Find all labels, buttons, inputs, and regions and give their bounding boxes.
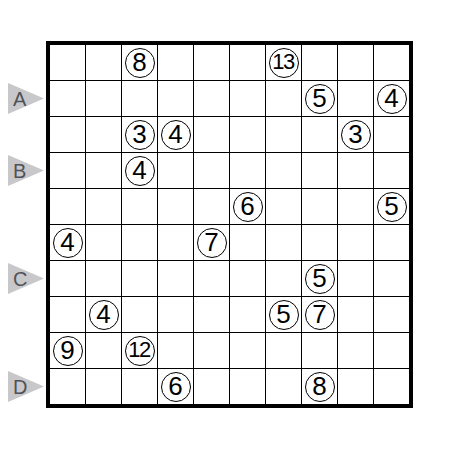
cell-r2c7[interactable] — [266, 81, 301, 116]
clue-circle: 8 — [305, 372, 335, 402]
cell-r4c5[interactable] — [194, 153, 229, 188]
clue-circle: 8 — [125, 48, 155, 78]
cell-r10c9[interactable] — [338, 369, 373, 404]
cell-r2c8[interactable]: 5 — [302, 81, 337, 116]
cell-r7c7[interactable] — [266, 261, 301, 296]
cell-r7c1[interactable] — [50, 261, 85, 296]
cell-r2c2[interactable] — [86, 81, 121, 116]
cell-r5c1[interactable] — [50, 189, 85, 224]
cell-r5c10[interactable]: 5 — [374, 189, 409, 224]
cell-r1c9[interactable] — [338, 45, 373, 80]
cell-r1c1[interactable] — [50, 45, 85, 80]
cell-r3c3[interactable]: 3 — [122, 117, 157, 152]
cell-r4c2[interactable] — [86, 153, 121, 188]
cell-r1c3[interactable]: 8 — [122, 45, 157, 80]
cell-r10c10[interactable] — [374, 369, 409, 404]
cell-r5c7[interactable] — [266, 189, 301, 224]
cell-r6c2[interactable] — [86, 225, 121, 260]
cell-r8c4[interactable] — [158, 297, 193, 332]
cell-r6c1[interactable]: 4 — [50, 225, 85, 260]
cell-r7c5[interactable] — [194, 261, 229, 296]
cell-r3c5[interactable] — [194, 117, 229, 152]
cell-r4c10[interactable] — [374, 153, 409, 188]
clue-circle: 7 — [197, 228, 227, 258]
clue-circle: 3 — [341, 120, 371, 150]
cell-r9c8[interactable] — [302, 333, 337, 368]
clue-circle: 5 — [305, 84, 335, 114]
row-marker-label: B — [13, 161, 26, 181]
cell-r6c10[interactable] — [374, 225, 409, 260]
cell-r1c7[interactable]: 13 — [266, 45, 301, 80]
cell-r6c8[interactable] — [302, 225, 337, 260]
cell-r9c1[interactable]: 9 — [50, 333, 85, 368]
cell-r4c7[interactable] — [266, 153, 301, 188]
cell-r5c2[interactable] — [86, 189, 121, 224]
cell-r8c10[interactable] — [374, 297, 409, 332]
cell-r4c6[interactable] — [230, 153, 265, 188]
cell-r10c2[interactable] — [86, 369, 121, 404]
cell-r7c6[interactable] — [230, 261, 265, 296]
cell-r1c8[interactable] — [302, 45, 337, 80]
cell-r4c4[interactable] — [158, 153, 193, 188]
clue-circle: 7 — [305, 300, 335, 330]
cell-r6c3[interactable] — [122, 225, 157, 260]
cell-r1c6[interactable] — [230, 45, 265, 80]
cell-r2c10[interactable]: 4 — [374, 81, 409, 116]
cell-r3c2[interactable] — [86, 117, 121, 152]
cell-r10c3[interactable] — [122, 369, 157, 404]
cell-r2c1[interactable] — [50, 81, 85, 116]
cell-r7c2[interactable] — [86, 261, 121, 296]
clue-circle: 5 — [305, 264, 335, 294]
clue-circle: 4 — [53, 228, 83, 258]
cell-r7c4[interactable] — [158, 261, 193, 296]
clue-circle: 13 — [269, 48, 299, 78]
cell-r6c5[interactable]: 7 — [194, 225, 229, 260]
cell-r9c10[interactable] — [374, 333, 409, 368]
cell-r3c8[interactable] — [302, 117, 337, 152]
cell-r4c3[interactable]: 4 — [122, 153, 157, 188]
cell-r3c9[interactable]: 3 — [338, 117, 373, 152]
cell-r4c1[interactable] — [50, 153, 85, 188]
cell-r9c7[interactable] — [266, 333, 301, 368]
row-marker-label: A — [13, 89, 26, 109]
cell-r8c1[interactable] — [50, 297, 85, 332]
clue-circle: 4 — [125, 156, 155, 186]
cell-r10c6[interactable] — [230, 369, 265, 404]
cell-r1c10[interactable] — [374, 45, 409, 80]
cell-r8c2[interactable]: 4 — [86, 297, 121, 332]
clue-circle: 4 — [89, 300, 119, 330]
clue-circle: 9 — [53, 336, 83, 366]
cell-r9c2[interactable] — [86, 333, 121, 368]
cell-r1c5[interactable] — [194, 45, 229, 80]
clue-circle: 3 — [125, 120, 155, 150]
cell-r8c9[interactable] — [338, 297, 373, 332]
row-marker-label: D — [13, 377, 27, 397]
clue-circle: 12 — [125, 336, 155, 366]
cell-r5c5[interactable] — [194, 189, 229, 224]
row-marker-D: D — [8, 371, 44, 402]
cell-r4c9[interactable] — [338, 153, 373, 188]
clue-circle: 5 — [377, 192, 407, 222]
clue-circle: 5 — [269, 300, 299, 330]
cell-r8c6[interactable] — [230, 297, 265, 332]
clue-circle: 6 — [233, 192, 263, 222]
cell-r10c4[interactable]: 6 — [158, 369, 193, 404]
cell-r9c4[interactable] — [158, 333, 193, 368]
cell-r8c5[interactable] — [194, 297, 229, 332]
cell-r7c10[interactable] — [374, 261, 409, 296]
cell-r8c7[interactable]: 5 — [266, 297, 301, 332]
cell-r10c1[interactable] — [50, 369, 85, 404]
cell-r4c8[interactable] — [302, 153, 337, 188]
cell-r8c8[interactable]: 7 — [302, 297, 337, 332]
cell-r3c6[interactable] — [230, 117, 265, 152]
cell-r9c3[interactable]: 12 — [122, 333, 157, 368]
cell-r7c8[interactable]: 5 — [302, 261, 337, 296]
cell-r9c5[interactable] — [194, 333, 229, 368]
cell-r5c3[interactable] — [122, 189, 157, 224]
cell-r3c4[interactable]: 4 — [158, 117, 193, 152]
cell-r3c7[interactable] — [266, 117, 301, 152]
cell-r5c6[interactable]: 6 — [230, 189, 265, 224]
row-marker-A: A — [8, 83, 44, 114]
cell-r3c10[interactable] — [374, 117, 409, 152]
cell-r5c9[interactable] — [338, 189, 373, 224]
cell-r6c7[interactable] — [266, 225, 301, 260]
cell-r10c7[interactable] — [266, 369, 301, 404]
cell-r9c9[interactable] — [338, 333, 373, 368]
cell-r3c1[interactable] — [50, 117, 85, 152]
row-marker-B: B — [8, 155, 44, 186]
clue-circle: 4 — [161, 120, 191, 150]
cell-r6c4[interactable] — [158, 225, 193, 260]
cell-r2c9[interactable] — [338, 81, 373, 116]
puzzle-board: 8135434346547545791268 — [46, 41, 413, 408]
cell-r2c3[interactable] — [122, 81, 157, 116]
row-marker-C: C — [8, 263, 44, 294]
clue-circle: 4 — [377, 84, 407, 114]
cell-r10c5[interactable] — [194, 369, 229, 404]
cell-r2c4[interactable] — [158, 81, 193, 116]
row-marker-label: C — [13, 269, 27, 289]
cell-r10c8[interactable]: 8 — [302, 369, 337, 404]
cell-r6c9[interactable] — [338, 225, 373, 260]
puzzle-stage: 8135434346547545791268 ABCD — [0, 0, 455, 453]
cell-r1c2[interactable] — [86, 45, 121, 80]
cell-r2c6[interactable] — [230, 81, 265, 116]
cell-r8c3[interactable] — [122, 297, 157, 332]
cell-r2c5[interactable] — [194, 81, 229, 116]
cell-r6c6[interactable] — [230, 225, 265, 260]
cell-r7c9[interactable] — [338, 261, 373, 296]
cell-r9c6[interactable] — [230, 333, 265, 368]
clue-circle: 6 — [161, 372, 191, 402]
cell-r5c8[interactable] — [302, 189, 337, 224]
cell-r1c4[interactable] — [158, 45, 193, 80]
cell-r5c4[interactable] — [158, 189, 193, 224]
cell-r7c3[interactable] — [122, 261, 157, 296]
